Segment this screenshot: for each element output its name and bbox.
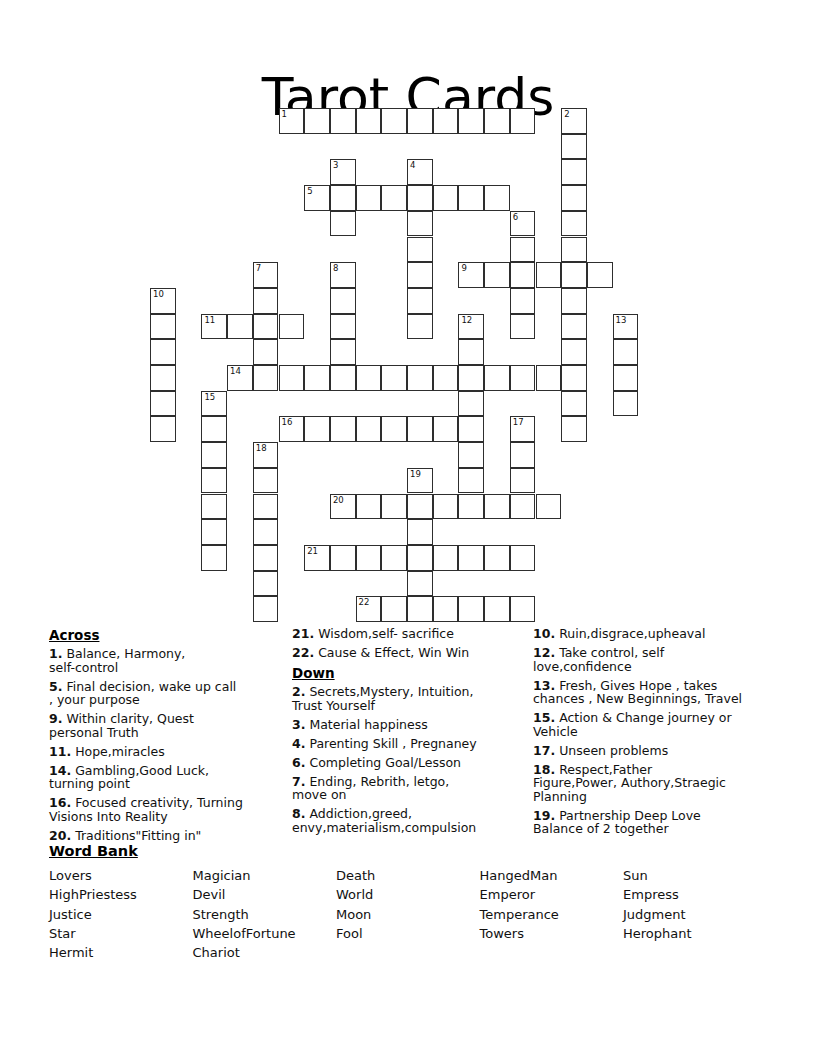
grid-cell[interactable]: [407, 185, 433, 211]
grid-cell[interactable]: [253, 468, 279, 494]
grid-cell[interactable]: [561, 391, 587, 417]
grid-cell[interactable]: [510, 468, 536, 494]
word-bank-item: Hermit: [49, 943, 193, 962]
word-bank-item: World: [336, 885, 480, 904]
cell-number: 21: [307, 546, 318, 556]
word-bank-item: Herophant: [623, 924, 767, 943]
grid-cell[interactable]: [407, 596, 433, 622]
grid-cell[interactable]: [330, 211, 356, 237]
grid-cell[interactable]: [433, 545, 459, 571]
grid-cell[interactable]: [433, 494, 459, 520]
grid-cell[interactable]: [613, 365, 639, 391]
grid-cell[interactable]: [407, 211, 433, 237]
grid-cell[interactable]: [381, 108, 407, 134]
grid-cell[interactable]: [150, 391, 176, 417]
grid-cell[interactable]: [613, 391, 639, 417]
clue-section: Down2. Secrets,Mystery, Intuition, Trust…: [292, 665, 530, 834]
clue-number-label: 10.: [533, 626, 555, 641]
grid-cell[interactable]: [381, 596, 407, 622]
grid-cell[interactable]: 20: [330, 494, 356, 520]
grid-cell[interactable]: 12: [458, 314, 484, 340]
grid-cell[interactable]: [253, 314, 279, 340]
cell-number: 20: [333, 495, 344, 505]
clue-13: 13. Fresh, Gives Hope , takes chances , …: [533, 679, 771, 706]
clue-9: 9. Within clarity, Quest personal Truth: [49, 712, 287, 739]
clue-20: 20. Traditions"Fitting in": [49, 829, 287, 843]
word-bank-item: HangedMan: [480, 866, 624, 885]
cell-number: 6: [513, 212, 518, 222]
clue-section: 10. Ruin,disgrace,upheaval12. Take contr…: [533, 627, 771, 836]
word-bank-column-2: MagicianDevilStrengthWheelofFortuneChari…: [193, 866, 337, 962]
grid-cell[interactable]: [484, 596, 510, 622]
grid-cell[interactable]: [587, 262, 613, 288]
grid-cell[interactable]: [484, 545, 510, 571]
grid-cell[interactable]: [510, 288, 536, 314]
grid-cell[interactable]: [407, 288, 433, 314]
grid-cell[interactable]: 17: [510, 416, 536, 442]
grid-cell[interactable]: 22: [356, 596, 382, 622]
grid-cell[interactable]: [381, 365, 407, 391]
grid-cell[interactable]: [510, 442, 536, 468]
clue-column-2: 21. Wisdom,self- sacrifice22. Cause & Ef…: [292, 627, 530, 840]
clue-12: 12. Take control, self love,confidence: [533, 646, 771, 673]
clue-text: Cause & Effect, Win Win: [314, 645, 469, 660]
grid-cell[interactable]: [150, 314, 176, 340]
clue-text: Final decision, wake up call , your purp…: [49, 679, 236, 708]
grid-cell[interactable]: [510, 108, 536, 134]
clue-text: Fresh, Gives Hope , takes chances , New …: [533, 678, 742, 707]
clue-text: Completing Goal/Lesson: [305, 755, 461, 770]
grid-cell[interactable]: [536, 365, 562, 391]
cell-number: 17: [513, 417, 524, 427]
grid-cell[interactable]: [484, 185, 510, 211]
cell-number: 22: [359, 597, 370, 607]
cell-number: 7: [256, 263, 261, 273]
grid-cell[interactable]: [458, 494, 484, 520]
grid-cell[interactable]: 14: [227, 365, 253, 391]
grid-cell[interactable]: 16: [279, 416, 305, 442]
grid-cell[interactable]: 10: [150, 288, 176, 314]
word-bank-heading: Word Bank: [49, 843, 789, 860]
grid-cell[interactable]: [253, 339, 279, 365]
cell-number: 13: [616, 315, 627, 325]
grid-cell[interactable]: [150, 365, 176, 391]
grid-cell[interactable]: [330, 185, 356, 211]
clue-text: Gambling,Good Luck, turning point: [49, 763, 209, 792]
clue-text: Unseen problems: [555, 743, 668, 758]
grid-cell[interactable]: [201, 416, 227, 442]
grid-cell[interactable]: [561, 314, 587, 340]
clue-column-1: Across1. Balance, Harmony, self-control5…: [49, 627, 287, 848]
grid-cell[interactable]: 9: [458, 262, 484, 288]
clue-17: 17. Unseen problems: [533, 744, 771, 758]
word-bank-item: Chariot: [193, 943, 337, 962]
word-bank-column-4: HangedManEmperorTemperanceTowers: [480, 866, 624, 962]
grid-cell[interactable]: [484, 108, 510, 134]
grid-cell[interactable]: 15: [201, 391, 227, 417]
grid-cell[interactable]: [561, 416, 587, 442]
grid-cell[interactable]: [510, 262, 536, 288]
word-bank-column-5: SunEmpressJudgmentHerophant: [623, 866, 767, 962]
grid-cell[interactable]: [433, 185, 459, 211]
grid-cell[interactable]: [253, 519, 279, 545]
clue-11: 11. Hope,miracles: [49, 745, 287, 759]
grid-cell[interactable]: [330, 545, 356, 571]
clue-4: 4. Parenting Skill , Pregnaney: [292, 737, 530, 751]
grid-cell[interactable]: [484, 262, 510, 288]
word-bank-item: WheelofFortune: [193, 924, 337, 943]
grid-cell[interactable]: [433, 596, 459, 622]
grid-cell[interactable]: [381, 416, 407, 442]
grid-cell[interactable]: 6: [510, 211, 536, 237]
grid-cell[interactable]: [150, 416, 176, 442]
clue-2: 2. Secrets,Mystery, Intuition, Trust You…: [292, 685, 530, 712]
cell-number: 3: [333, 160, 338, 170]
word-bank-item: Death: [336, 866, 480, 885]
clue-number-label: 21.: [292, 626, 314, 641]
grid-cell[interactable]: [407, 519, 433, 545]
grid-cell[interactable]: [510, 237, 536, 263]
grid-cell[interactable]: [407, 416, 433, 442]
word-bank-item: Empress: [623, 885, 767, 904]
word-bank-item: Fool: [336, 924, 480, 943]
grid-cell[interactable]: [356, 416, 382, 442]
cell-number: 15: [204, 392, 215, 402]
cell-number: 11: [204, 315, 215, 325]
grid-cell[interactable]: 1: [279, 108, 305, 134]
clue-5: 5. Final decision, wake up call , your p…: [49, 680, 287, 707]
cell-number: 16: [282, 417, 293, 427]
grid-cell[interactable]: [561, 134, 587, 160]
across-heading: Across: [49, 627, 287, 643]
clue-text: Wisdom,self- sacrifice: [314, 626, 454, 641]
grid-cell[interactable]: [407, 237, 433, 263]
clue-text: Focused creativity, Turning Visions Into…: [49, 795, 243, 824]
word-bank-column-3: DeathWorldMoonFool: [336, 866, 480, 962]
grid-cell[interactable]: [433, 108, 459, 134]
grid-cell[interactable]: [279, 314, 305, 340]
clue-text: Hope,miracles: [71, 744, 165, 759]
clue-22: 22. Cause & Effect, Win Win: [292, 646, 530, 660]
grid-cell[interactable]: [356, 185, 382, 211]
grid-cell[interactable]: 4: [407, 159, 433, 185]
clue-text: Partnership Deep Love Balance of 2 toget…: [533, 808, 701, 837]
word-bank-item: Towers: [480, 924, 624, 943]
word-bank-item: Devil: [193, 885, 337, 904]
grid-cell[interactable]: [330, 108, 356, 134]
grid-cell[interactable]: [458, 416, 484, 442]
grid-cell[interactable]: [330, 416, 356, 442]
grid-cell[interactable]: [356, 545, 382, 571]
grid-cell[interactable]: [227, 314, 253, 340]
grid-cell[interactable]: [201, 442, 227, 468]
grid-cell[interactable]: [253, 571, 279, 597]
clue-section: 21. Wisdom,self- sacrifice22. Cause & Ef…: [292, 627, 530, 660]
word-bank-item: HighPriestess: [49, 885, 193, 904]
grid-cell[interactable]: [510, 494, 536, 520]
word-bank-item: Magician: [193, 866, 337, 885]
clue-18: 18. Respect,Father Figure,Power, Authory…: [533, 763, 771, 804]
grid-cell[interactable]: 21: [304, 545, 330, 571]
grid-cell[interactable]: [407, 365, 433, 391]
word-bank-item: Moon: [336, 905, 480, 924]
clue-text: Secrets,Mystery, Intuition, Trust Yourse…: [292, 684, 473, 713]
cell-number: 14: [230, 366, 241, 376]
grid-cell[interactable]: [458, 596, 484, 622]
clue-number-label: 6.: [292, 755, 305, 770]
grid-cell[interactable]: [561, 185, 587, 211]
grid-cell[interactable]: 13: [613, 314, 639, 340]
clue-14: 14. Gambling,Good Luck, turning point: [49, 764, 287, 791]
grid-cell[interactable]: 8: [330, 262, 356, 288]
grid-cell[interactable]: [561, 339, 587, 365]
grid-cell[interactable]: [356, 108, 382, 134]
grid-cell[interactable]: [201, 519, 227, 545]
grid-cell[interactable]: [253, 596, 279, 622]
word-bank-item: Lovers: [49, 866, 193, 885]
grid-cell[interactable]: [613, 339, 639, 365]
cell-number: 1: [282, 109, 287, 119]
clue-text: Within clarity, Quest personal Truth: [49, 711, 194, 740]
grid-cell[interactable]: 3: [330, 159, 356, 185]
grid-cell[interactable]: [381, 545, 407, 571]
down-heading: Down: [292, 665, 530, 681]
grid-cell[interactable]: [253, 365, 279, 391]
grid-cell[interactable]: 5: [304, 185, 330, 211]
grid-cell[interactable]: [330, 288, 356, 314]
clue-number-label: 11.: [49, 744, 71, 759]
grid-cell[interactable]: [458, 185, 484, 211]
grid-cell[interactable]: [458, 391, 484, 417]
grid-cell[interactable]: [458, 365, 484, 391]
grid-cell[interactable]: [458, 442, 484, 468]
clue-number-label: 22.: [292, 645, 314, 660]
grid-cell[interactable]: [536, 494, 562, 520]
word-bank-item: Temperance: [480, 905, 624, 924]
cell-number: 12: [461, 315, 472, 325]
grid-cell[interactable]: [150, 339, 176, 365]
grid-cell[interactable]: [253, 545, 279, 571]
clue-6: 6. Completing Goal/Lesson: [292, 756, 530, 770]
cell-number: 2: [564, 109, 569, 119]
word-bank-column-1: LoversHighPriestessJusticeStarHermit: [49, 866, 193, 962]
clue-number-label: 17.: [533, 743, 555, 758]
clue-number-label: 4.: [292, 736, 305, 751]
grid-cell[interactable]: [561, 159, 587, 185]
word-bank-columns: LoversHighPriestessJusticeStarHermitMagi…: [49, 866, 789, 962]
clue-3: 3. Material happiness: [292, 718, 530, 732]
grid-cell[interactable]: [433, 416, 459, 442]
cell-number: 8: [333, 263, 338, 273]
clue-text: Ruin,disgrace,upheaval: [555, 626, 705, 641]
clue-text: Ending, Rebrith, letgo, move on: [292, 774, 449, 803]
grid-cell[interactable]: [561, 237, 587, 263]
clue-text: Addiction,greed, envy,materialism,compul…: [292, 806, 476, 835]
cell-number: 5: [307, 186, 312, 196]
grid-cell[interactable]: [510, 314, 536, 340]
grid-cell[interactable]: [330, 365, 356, 391]
grid-cell[interactable]: [201, 545, 227, 571]
clue-16: 16. Focused creativity, Turning Visions …: [49, 796, 287, 823]
clue-15: 15. Action & Change journey or Vehicle: [533, 711, 771, 738]
clue-number-label: 20.: [49, 828, 71, 843]
grid-cell[interactable]: [253, 494, 279, 520]
grid-cell[interactable]: [484, 365, 510, 391]
grid-cell[interactable]: [510, 596, 536, 622]
grid-cell[interactable]: [304, 108, 330, 134]
grid-cell[interactable]: [279, 365, 305, 391]
word-bank-item: Star: [49, 924, 193, 943]
clue-text: Balance, Harmony, self-control: [49, 646, 185, 675]
grid-cell[interactable]: [381, 185, 407, 211]
word-bank-item: Sun: [623, 866, 767, 885]
grid-cell[interactable]: 18: [253, 442, 279, 468]
word-bank-item: Emperor: [480, 885, 624, 904]
cell-number: 4: [410, 160, 415, 170]
grid-cell[interactable]: [407, 545, 433, 571]
grid-cell[interactable]: [510, 365, 536, 391]
worksheet-page: Tarot Cards 1234567891011121314151617181…: [0, 0, 816, 1056]
grid-cell[interactable]: [433, 365, 459, 391]
clue-text: Action & Change journey or Vehicle: [533, 710, 732, 739]
grid-cell[interactable]: [536, 262, 562, 288]
word-bank: Word Bank LoversHighPriestessJusticeStar…: [49, 843, 789, 962]
grid-cell[interactable]: [201, 494, 227, 520]
cell-number: 19: [410, 469, 421, 479]
grid-cell[interactable]: [407, 262, 433, 288]
grid-cell[interactable]: [356, 365, 382, 391]
grid-cell[interactable]: [304, 365, 330, 391]
grid-cell[interactable]: [253, 288, 279, 314]
clue-section: Across1. Balance, Harmony, self-control5…: [49, 627, 287, 842]
grid-cell[interactable]: [561, 365, 587, 391]
grid-cell[interactable]: [356, 494, 382, 520]
grid-cell[interactable]: [561, 262, 587, 288]
clue-21: 21. Wisdom,self- sacrifice: [292, 627, 530, 641]
grid-cell[interactable]: [458, 545, 484, 571]
grid-cell[interactable]: [458, 108, 484, 134]
grid-cell[interactable]: [201, 468, 227, 494]
clue-7: 7. Ending, Rebrith, letgo, move on: [292, 775, 530, 802]
grid-cell[interactable]: [407, 571, 433, 597]
grid-cell[interactable]: [484, 494, 510, 520]
grid-cell[interactable]: 7: [253, 262, 279, 288]
crossword-grid: 12345678910111213141516171819202122: [150, 108, 638, 622]
cell-number: 18: [256, 443, 267, 453]
grid-cell[interactable]: [407, 314, 433, 340]
grid-cell[interactable]: 2: [561, 108, 587, 134]
clue-text: Parenting Skill , Pregnaney: [305, 736, 476, 751]
grid-cell[interactable]: [330, 339, 356, 365]
grid-cell[interactable]: [407, 494, 433, 520]
word-bank-item: Justice: [49, 905, 193, 924]
grid-cell[interactable]: [561, 211, 587, 237]
grid-cell[interactable]: [381, 494, 407, 520]
clue-number-label: 3.: [292, 717, 305, 732]
grid-cell[interactable]: [407, 108, 433, 134]
grid-cell[interactable]: 11: [201, 314, 227, 340]
cell-number: 9: [461, 263, 466, 273]
clue-text: Material happiness: [305, 717, 427, 732]
grid-cell[interactable]: [561, 288, 587, 314]
grid-cell[interactable]: [510, 545, 536, 571]
clue-text: Respect,Father Figure,Power, Authory,Str…: [533, 762, 726, 804]
cell-number: 10: [153, 289, 164, 299]
word-bank-item: Strength: [193, 905, 337, 924]
word-bank-item: Judgment: [623, 905, 767, 924]
grid-cell[interactable]: [458, 339, 484, 365]
clue-1: 1. Balance, Harmony, self-control: [49, 647, 287, 674]
clue-8: 8. Addiction,greed, envy,materialism,com…: [292, 807, 530, 834]
grid-cell[interactable]: [304, 416, 330, 442]
clue-text: Traditions"Fitting in": [71, 828, 201, 843]
grid-cell[interactable]: 19: [407, 468, 433, 494]
clue-column-3: 10. Ruin,disgrace,upheaval12. Take contr…: [533, 627, 771, 841]
clue-19: 19. Partnership Deep Love Balance of 2 t…: [533, 809, 771, 836]
grid-cell[interactable]: [330, 314, 356, 340]
grid-cell[interactable]: [458, 468, 484, 494]
clue-10: 10. Ruin,disgrace,upheaval: [533, 627, 771, 641]
